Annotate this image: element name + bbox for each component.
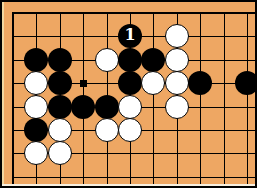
- black-stone: [48, 48, 72, 72]
- white-stone: [24, 141, 48, 165]
- star-point-marker: [80, 80, 87, 87]
- black-stone: [118, 71, 142, 95]
- black-stone: [118, 48, 142, 72]
- black-stone: [188, 71, 212, 95]
- black-stone: [24, 118, 48, 142]
- white-stone: [95, 48, 119, 72]
- black-stone: [95, 95, 119, 119]
- white-stone: [165, 95, 189, 119]
- black-stone: [48, 71, 72, 95]
- go-diagram: 1: [0, 0, 257, 188]
- white-stone: [95, 118, 119, 142]
- move-number-label: 1: [124, 27, 135, 43]
- white-stone: [165, 71, 189, 95]
- white-stone: [165, 24, 189, 48]
- stones-layer: 1: [0, 0, 257, 188]
- white-stone: [165, 48, 189, 72]
- black-stone: [235, 71, 257, 95]
- black-stone: [141, 48, 165, 72]
- black-stone: [71, 95, 95, 119]
- white-stone: [24, 95, 48, 119]
- white-stone: [118, 95, 142, 119]
- frame-bevel-left: [2, 2, 4, 186]
- black-stone: [48, 95, 72, 119]
- white-stone: [141, 71, 165, 95]
- white-stone: [48, 141, 72, 165]
- frame-bevel-bottom: [2, 184, 255, 186]
- white-stone: [48, 118, 72, 142]
- white-stone: [24, 71, 48, 95]
- marked-stone-1: 1: [118, 24, 142, 48]
- black-stone: [24, 48, 48, 72]
- white-stone: [118, 118, 142, 142]
